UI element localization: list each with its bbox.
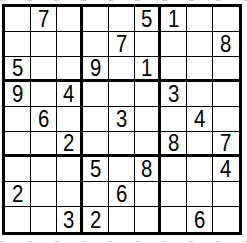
cell-r7c3[interactable] (57, 157, 83, 182)
given-digit: 6 (38, 107, 49, 131)
given-digit: 5 (90, 157, 101, 181)
cell-r3c4: 9 (83, 57, 109, 82)
given-digit: 6 (194, 208, 205, 232)
given-digit: 2 (90, 208, 101, 232)
given-digit: 7 (38, 7, 49, 31)
cell-r8c1: 2 (5, 182, 31, 207)
cell-r8c4[interactable] (83, 182, 109, 207)
cell-r5c6[interactable] (135, 107, 161, 132)
cell-r2c3[interactable] (57, 32, 83, 57)
cell-r8c6[interactable] (135, 182, 161, 207)
cell-r1c9[interactable] (213, 7, 239, 32)
given-digit: 5 (141, 7, 152, 31)
cell-r6c7: 8 (161, 132, 187, 157)
cell-r2c2[interactable] (31, 32, 57, 57)
cell-r9c6[interactable] (135, 207, 161, 232)
cell-r1c8[interactable] (187, 7, 213, 32)
cell-r9c9[interactable] (213, 207, 239, 232)
cell-r7c5[interactable] (109, 157, 135, 182)
given-digit: 9 (12, 82, 23, 106)
cell-r8c3[interactable] (57, 182, 83, 207)
cell-r1c6: 5 (135, 7, 161, 32)
cell-r4c5[interactable] (109, 82, 135, 107)
cell-r7c8[interactable] (187, 157, 213, 182)
cell-r2c9: 8 (213, 32, 239, 57)
cell-r5c4[interactable] (83, 107, 109, 132)
cell-r3c7[interactable] (161, 57, 187, 82)
given-digit: 4 (220, 157, 231, 181)
cell-r3c3[interactable] (57, 57, 83, 82)
cell-r9c4: 2 (83, 207, 109, 232)
given-digit: 3 (63, 208, 74, 232)
cell-r2c7[interactable] (161, 32, 187, 57)
cell-r4c6[interactable] (135, 82, 161, 107)
cell-r6c8[interactable] (187, 132, 213, 157)
cell-r9c8: 6 (187, 207, 213, 232)
cell-r2c5: 7 (109, 32, 135, 57)
cell-r3c5[interactable] (109, 57, 135, 82)
given-digit: 1 (168, 7, 179, 31)
cell-r8c7[interactable] (161, 182, 187, 207)
cell-r9c5[interactable] (109, 207, 135, 232)
cell-r1c4[interactable] (83, 7, 109, 32)
cell-r8c5: 6 (109, 182, 135, 207)
cell-r4c4[interactable] (83, 82, 109, 107)
given-digit: 9 (90, 56, 101, 80)
cell-r9c1[interactable] (5, 207, 31, 232)
given-digit: 8 (168, 131, 179, 155)
cell-r3c8[interactable] (187, 57, 213, 82)
given-digit: 3 (168, 82, 179, 106)
cell-r8c9[interactable] (213, 182, 239, 207)
cell-r5c8: 4 (187, 107, 213, 132)
cell-r3c1: 5 (5, 57, 31, 82)
cell-r8c8[interactable] (187, 182, 213, 207)
cell-r6c5[interactable] (109, 132, 135, 157)
cell-r6c4[interactable] (83, 132, 109, 157)
cell-r4c8[interactable] (187, 82, 213, 107)
given-digit: 2 (63, 131, 74, 155)
given-digit: 7 (220, 131, 231, 155)
cell-r9c2[interactable] (31, 207, 57, 232)
given-digit: 2 (12, 182, 23, 206)
top-gridline-artifact (0, 0, 247, 1)
cell-r8c2[interactable] (31, 182, 57, 207)
cell-r1c5[interactable] (109, 7, 135, 32)
cell-r3c6: 1 (135, 57, 161, 82)
cell-r6c9: 7 (213, 132, 239, 157)
cell-r1c1[interactable] (5, 7, 31, 32)
cell-r5c1[interactable] (5, 107, 31, 132)
cell-r7c1[interactable] (5, 157, 31, 182)
cell-r6c2[interactable] (31, 132, 57, 157)
cell-r7c6: 8 (135, 157, 161, 182)
cell-r1c7: 1 (161, 7, 187, 32)
cell-r5c2: 6 (31, 107, 57, 132)
given-digit: 4 (63, 82, 74, 106)
cell-r4c3: 4 (57, 82, 83, 107)
cell-r4c7: 3 (161, 82, 187, 107)
cell-r7c7[interactable] (161, 157, 187, 182)
cell-r9c7[interactable] (161, 207, 187, 232)
cell-r1c2: 7 (31, 7, 57, 32)
cell-r1c3[interactable] (57, 7, 83, 32)
sudoku-board: 7517859194363428758426326 (2, 4, 242, 235)
given-digit: 7 (116, 32, 127, 56)
cell-r4c9[interactable] (213, 82, 239, 107)
given-digit: 8 (220, 32, 231, 56)
cell-r3c2[interactable] (31, 57, 57, 82)
given-digit: 8 (141, 157, 152, 181)
cell-r5c5: 3 (109, 107, 135, 132)
cell-r4c2[interactable] (31, 82, 57, 107)
given-digit: 4 (194, 107, 205, 131)
cell-r2c8[interactable] (187, 32, 213, 57)
cell-r4c1: 9 (5, 82, 31, 107)
cell-r7c9: 4 (213, 157, 239, 182)
cell-r3c9[interactable] (213, 57, 239, 82)
given-digit: 6 (116, 182, 127, 206)
cell-r6c3: 2 (57, 132, 83, 157)
cell-r7c2[interactable] (31, 157, 57, 182)
given-digit: 5 (12, 56, 23, 80)
given-digit: 3 (116, 107, 127, 131)
cell-r6c1[interactable] (5, 132, 31, 157)
cell-r6c6[interactable] (135, 132, 161, 157)
bottom-gridline-artifact (0, 241, 247, 242)
cell-r9c3: 3 (57, 207, 83, 232)
given-digit: 1 (141, 56, 152, 80)
cell-r7c4: 5 (83, 157, 109, 182)
